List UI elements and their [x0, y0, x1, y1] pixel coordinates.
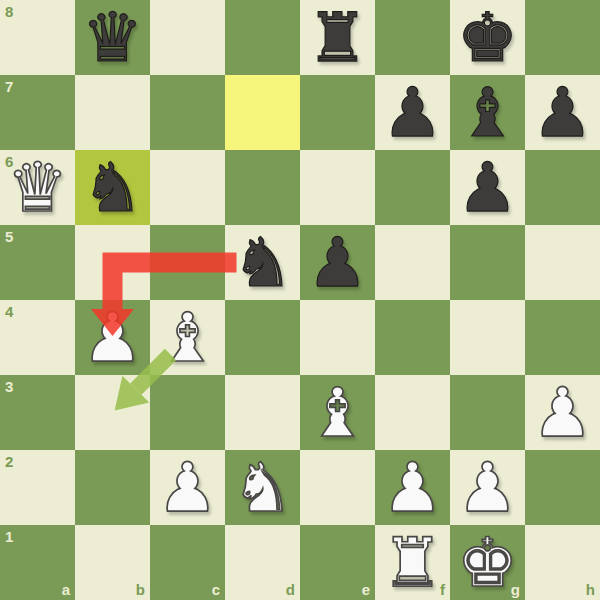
black-queen-b8[interactable]: ♛	[75, 0, 150, 75]
square-e6[interactable]	[300, 150, 375, 225]
square-d6[interactable]	[225, 150, 300, 225]
square-h2[interactable]	[525, 450, 600, 525]
square-e1[interactable]: e	[300, 525, 375, 600]
file-label-d: d	[286, 582, 295, 597]
white-pawn-f2[interactable]: ♟	[375, 450, 450, 525]
square-d7-last-move-from[interactable]	[225, 75, 300, 150]
rank-label-3: 3	[5, 379, 13, 394]
square-g3[interactable]	[450, 375, 525, 450]
square-e2[interactable]	[300, 450, 375, 525]
white-bishop-c4[interactable]: ♝	[150, 300, 225, 375]
black-king-g8[interactable]: ♚	[450, 0, 525, 75]
square-e8[interactable]: ♜	[300, 0, 375, 75]
white-knight-d2[interactable]: ♞	[225, 450, 300, 525]
square-a4[interactable]: 4	[0, 300, 75, 375]
file-label-b: b	[136, 582, 145, 597]
square-a3[interactable]: 3	[0, 375, 75, 450]
rank-label-1: 1	[5, 529, 13, 544]
square-f2[interactable]: ♟	[375, 450, 450, 525]
white-pawn-h3[interactable]: ♟	[525, 375, 600, 450]
square-g4[interactable]	[450, 300, 525, 375]
square-h8[interactable]	[525, 0, 600, 75]
rank-label-4: 4	[5, 304, 13, 319]
square-d4[interactable]	[225, 300, 300, 375]
square-d1[interactable]: d	[225, 525, 300, 600]
black-pawn-h7[interactable]: ♟	[525, 75, 600, 150]
square-h5[interactable]	[525, 225, 600, 300]
square-b6-last-move-to[interactable]: ♞	[75, 150, 150, 225]
white-pawn-g2[interactable]: ♟	[450, 450, 525, 525]
rank-label-2: 2	[5, 454, 13, 469]
square-d2[interactable]: ♞	[225, 450, 300, 525]
black-knight-d5[interactable]: ♞	[225, 225, 300, 300]
square-a8[interactable]: 8	[0, 0, 75, 75]
square-h3[interactable]: ♟	[525, 375, 600, 450]
square-e7[interactable]	[300, 75, 375, 150]
rank-label-7: 7	[5, 79, 13, 94]
square-h6[interactable]	[525, 150, 600, 225]
square-b4[interactable]: ♟	[75, 300, 150, 375]
black-pawn-e5[interactable]: ♟	[300, 225, 375, 300]
black-pawn-g6[interactable]: ♟	[450, 150, 525, 225]
square-e5[interactable]: ♟	[300, 225, 375, 300]
square-c2[interactable]: ♟	[150, 450, 225, 525]
rank-label-8: 8	[5, 4, 13, 19]
square-b3[interactable]	[75, 375, 150, 450]
square-h7[interactable]: ♟	[525, 75, 600, 150]
white-pawn-c2[interactable]: ♟	[150, 450, 225, 525]
square-c3[interactable]	[150, 375, 225, 450]
square-g7[interactable]: ♝	[450, 75, 525, 150]
square-d3[interactable]	[225, 375, 300, 450]
square-f4[interactable]	[375, 300, 450, 375]
white-bishop-e3[interactable]: ♝	[300, 375, 375, 450]
file-label-c: c	[212, 582, 220, 597]
black-knight-b6[interactable]: ♞	[75, 150, 150, 225]
file-label-e: e	[362, 582, 370, 597]
square-b1[interactable]: b	[75, 525, 150, 600]
square-h1[interactable]: h	[525, 525, 600, 600]
square-c7[interactable]	[150, 75, 225, 150]
file-label-h: h	[586, 582, 595, 597]
square-a2[interactable]: 2	[0, 450, 75, 525]
square-a5[interactable]: 5	[0, 225, 75, 300]
square-d8[interactable]	[225, 0, 300, 75]
file-label-a: a	[62, 582, 70, 597]
rank-label-5: 5	[5, 229, 13, 244]
square-c1[interactable]: c	[150, 525, 225, 600]
square-d5[interactable]: ♞	[225, 225, 300, 300]
square-g5[interactable]	[450, 225, 525, 300]
black-rook-e8[interactable]: ♜	[300, 0, 375, 75]
square-b7[interactable]	[75, 75, 150, 150]
chess-board: 8♛♜♚7♟♝♟6♛♞♟5♞♟4♟♝3♝♟2♟♞♟♟1abcdef♜g♚h	[0, 0, 600, 600]
square-c4[interactable]: ♝	[150, 300, 225, 375]
square-e4[interactable]	[300, 300, 375, 375]
square-f7[interactable]: ♟	[375, 75, 450, 150]
square-b5[interactable]	[75, 225, 150, 300]
square-c8[interactable]	[150, 0, 225, 75]
square-e3[interactable]: ♝	[300, 375, 375, 450]
square-h4[interactable]	[525, 300, 600, 375]
square-g8[interactable]: ♚	[450, 0, 525, 75]
square-b2[interactable]	[75, 450, 150, 525]
square-b8[interactable]: ♛	[75, 0, 150, 75]
square-g6[interactable]: ♟	[450, 150, 525, 225]
square-g1[interactable]: g♚	[450, 525, 525, 600]
square-c6[interactable]	[150, 150, 225, 225]
white-queen-a6[interactable]: ♛	[0, 150, 75, 225]
square-a7[interactable]: 7	[0, 75, 75, 150]
white-king-g1[interactable]: ♚	[450, 525, 525, 600]
square-g2[interactable]: ♟	[450, 450, 525, 525]
white-rook-f1[interactable]: ♜	[375, 525, 450, 600]
black-pawn-f7[interactable]: ♟	[375, 75, 450, 150]
black-bishop-g7[interactable]: ♝	[450, 75, 525, 150]
square-f3[interactable]	[375, 375, 450, 450]
white-pawn-b4[interactable]: ♟	[75, 300, 150, 375]
square-c5[interactable]	[150, 225, 225, 300]
square-f6[interactable]	[375, 150, 450, 225]
square-f1[interactable]: f♜	[375, 525, 450, 600]
square-a6[interactable]: 6♛	[0, 150, 75, 225]
square-f8[interactable]	[375, 0, 450, 75]
square-a1[interactable]: 1a	[0, 525, 75, 600]
square-f5[interactable]	[375, 225, 450, 300]
